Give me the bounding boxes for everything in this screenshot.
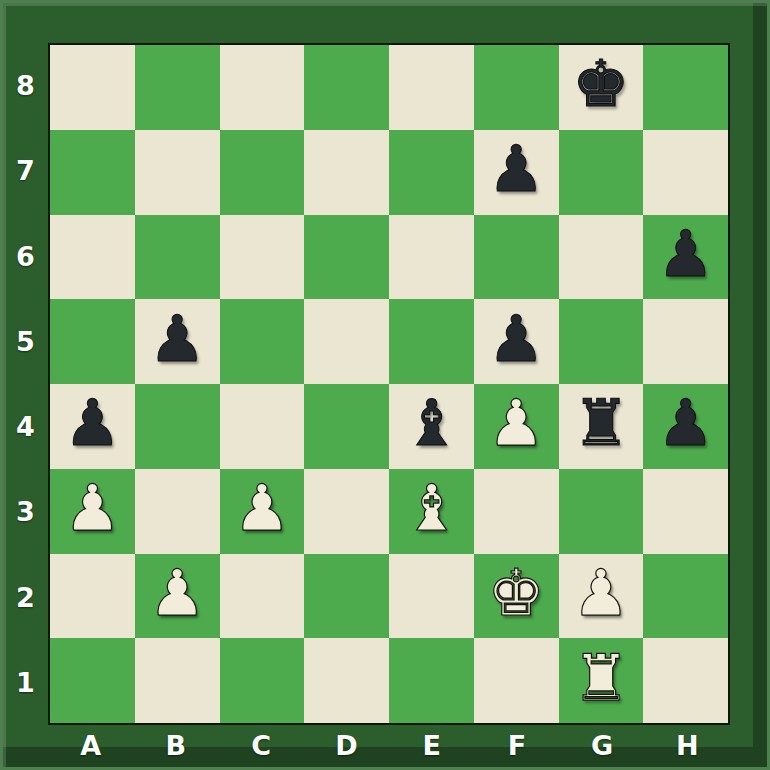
square-a4[interactable]: ♟ bbox=[50, 384, 135, 469]
square-h4[interactable]: ♟ bbox=[643, 384, 728, 469]
square-d8[interactable] bbox=[304, 45, 389, 130]
square-d1[interactable] bbox=[304, 638, 389, 723]
square-g2[interactable]: ♟ bbox=[559, 554, 644, 639]
square-e7[interactable] bbox=[389, 130, 474, 215]
rank-label-6: 6 bbox=[3, 214, 48, 299]
piece-white-pawn[interactable]: ♟ bbox=[233, 476, 290, 540]
rank-label-2: 2 bbox=[3, 555, 48, 640]
square-g6[interactable] bbox=[559, 215, 644, 300]
rank-label-3: 3 bbox=[3, 469, 48, 554]
square-c6[interactable] bbox=[220, 215, 305, 300]
piece-black-pawn[interactable]: ♟ bbox=[148, 307, 205, 371]
square-c7[interactable] bbox=[220, 130, 305, 215]
square-a8[interactable] bbox=[50, 45, 135, 130]
piece-white-pawn[interactable]: ♟ bbox=[64, 476, 121, 540]
square-c1[interactable] bbox=[220, 638, 305, 723]
rank-label-8: 8 bbox=[3, 43, 48, 128]
square-b6[interactable] bbox=[135, 215, 220, 300]
square-g3[interactable] bbox=[559, 469, 644, 554]
file-label-e: E bbox=[389, 725, 474, 765]
piece-black-pawn[interactable]: ♟ bbox=[657, 391, 714, 455]
piece-black-king[interactable]: ♚ bbox=[572, 52, 629, 116]
file-label-h: H bbox=[645, 725, 730, 765]
square-g5[interactable] bbox=[559, 299, 644, 384]
square-e4[interactable]: ♝ bbox=[389, 384, 474, 469]
square-h1[interactable] bbox=[643, 638, 728, 723]
square-d2[interactable] bbox=[304, 554, 389, 639]
square-h7[interactable] bbox=[643, 130, 728, 215]
square-d4[interactable] bbox=[304, 384, 389, 469]
square-g7[interactable] bbox=[559, 130, 644, 215]
rank-label-1: 1 bbox=[3, 640, 48, 725]
rank-label-4: 4 bbox=[3, 384, 48, 469]
square-f1[interactable] bbox=[474, 638, 559, 723]
rank-label-7: 7 bbox=[3, 128, 48, 213]
square-h3[interactable] bbox=[643, 469, 728, 554]
rank-labels: 87654321 bbox=[3, 43, 48, 725]
square-a1[interactable] bbox=[50, 638, 135, 723]
rank-label-5: 5 bbox=[3, 299, 48, 384]
square-g8[interactable]: ♚ bbox=[559, 45, 644, 130]
square-h6[interactable]: ♟ bbox=[643, 215, 728, 300]
piece-white-king[interactable]: ♚ bbox=[487, 561, 544, 625]
square-b8[interactable] bbox=[135, 45, 220, 130]
square-b5[interactable]: ♟ bbox=[135, 299, 220, 384]
square-e3[interactable]: ♝ bbox=[389, 469, 474, 554]
piece-black-bishop[interactable]: ♝ bbox=[403, 391, 460, 455]
square-a5[interactable] bbox=[50, 299, 135, 384]
file-label-g: G bbox=[560, 725, 645, 765]
piece-white-pawn[interactable]: ♟ bbox=[487, 391, 544, 455]
square-d6[interactable] bbox=[304, 215, 389, 300]
square-h8[interactable] bbox=[643, 45, 728, 130]
square-e6[interactable] bbox=[389, 215, 474, 300]
piece-white-bishop[interactable]: ♝ bbox=[403, 476, 460, 540]
square-g1[interactable]: ♜ bbox=[559, 638, 644, 723]
piece-white-rook[interactable]: ♜ bbox=[572, 646, 629, 710]
square-e5[interactable] bbox=[389, 299, 474, 384]
square-a3[interactable]: ♟ bbox=[50, 469, 135, 554]
square-f8[interactable] bbox=[474, 45, 559, 130]
square-a7[interactable] bbox=[50, 130, 135, 215]
piece-black-pawn[interactable]: ♟ bbox=[64, 391, 121, 455]
square-b7[interactable] bbox=[135, 130, 220, 215]
piece-black-pawn[interactable]: ♟ bbox=[657, 222, 714, 286]
square-f4[interactable]: ♟ bbox=[474, 384, 559, 469]
square-b1[interactable] bbox=[135, 638, 220, 723]
square-c8[interactable] bbox=[220, 45, 305, 130]
square-d5[interactable] bbox=[304, 299, 389, 384]
square-f3[interactable] bbox=[474, 469, 559, 554]
chess-board-frame: 87654321 ♚♟♟♟♟♟♝♟♜♟♟♟♝♟♚♟♜ ABCDEFGH bbox=[0, 0, 770, 770]
file-label-d: D bbox=[304, 725, 389, 765]
square-e1[interactable] bbox=[389, 638, 474, 723]
square-b4[interactable] bbox=[135, 384, 220, 469]
piece-white-pawn[interactable]: ♟ bbox=[148, 561, 205, 625]
square-a2[interactable] bbox=[50, 554, 135, 639]
piece-black-pawn[interactable]: ♟ bbox=[487, 307, 544, 371]
square-g4[interactable]: ♜ bbox=[559, 384, 644, 469]
square-d3[interactable] bbox=[304, 469, 389, 554]
square-h5[interactable] bbox=[643, 299, 728, 384]
square-c2[interactable] bbox=[220, 554, 305, 639]
file-label-a: A bbox=[48, 725, 133, 765]
square-c3[interactable]: ♟ bbox=[220, 469, 305, 554]
file-labels: ABCDEFGH bbox=[48, 725, 730, 765]
square-b3[interactable] bbox=[135, 469, 220, 554]
file-label-f: F bbox=[474, 725, 559, 765]
piece-black-rook[interactable]: ♜ bbox=[572, 391, 629, 455]
square-f5[interactable]: ♟ bbox=[474, 299, 559, 384]
square-c4[interactable] bbox=[220, 384, 305, 469]
square-e2[interactable] bbox=[389, 554, 474, 639]
chess-board[interactable]: ♚♟♟♟♟♟♝♟♜♟♟♟♝♟♚♟♜ bbox=[48, 43, 730, 725]
square-f7[interactable]: ♟ bbox=[474, 130, 559, 215]
file-label-b: B bbox=[133, 725, 218, 765]
piece-black-pawn[interactable]: ♟ bbox=[487, 137, 544, 201]
piece-white-pawn[interactable]: ♟ bbox=[572, 561, 629, 625]
square-f6[interactable] bbox=[474, 215, 559, 300]
square-f2[interactable]: ♚ bbox=[474, 554, 559, 639]
square-h2[interactable] bbox=[643, 554, 728, 639]
square-c5[interactable] bbox=[220, 299, 305, 384]
square-d7[interactable] bbox=[304, 130, 389, 215]
file-label-c: C bbox=[219, 725, 304, 765]
square-e8[interactable] bbox=[389, 45, 474, 130]
square-a6[interactable] bbox=[50, 215, 135, 300]
square-b2[interactable]: ♟ bbox=[135, 554, 220, 639]
